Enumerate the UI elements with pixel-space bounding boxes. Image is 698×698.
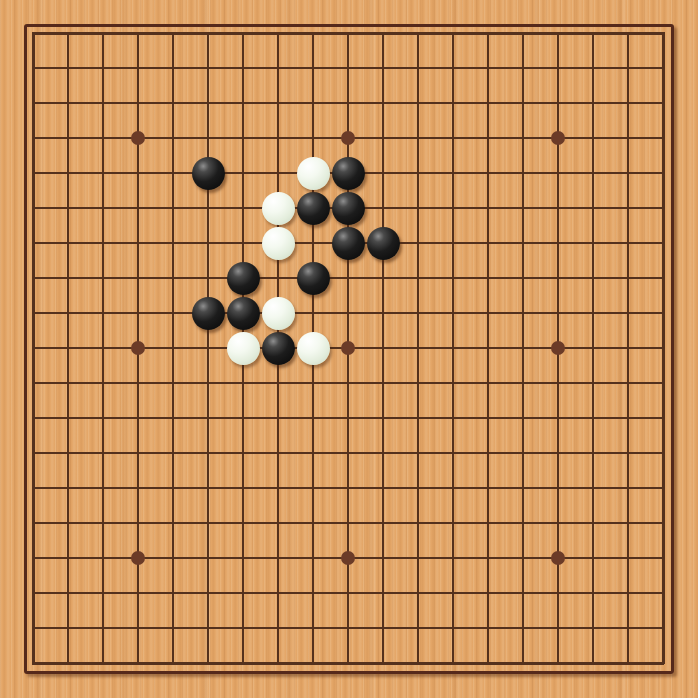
black-stone (332, 227, 365, 260)
grid-line (32, 382, 664, 384)
white-stone (262, 227, 295, 260)
black-stone (332, 192, 365, 225)
black-stone (192, 157, 225, 190)
star-point (131, 341, 145, 355)
black-stone (227, 297, 260, 330)
star-point (131, 131, 145, 145)
white-stone (297, 157, 330, 190)
star-point (341, 551, 355, 565)
black-stone (367, 227, 400, 260)
go-board[interactable] (33, 33, 663, 663)
black-stone (332, 157, 365, 190)
white-stone (262, 297, 295, 330)
white-stone (227, 332, 260, 365)
black-stone (192, 297, 225, 330)
star-point (131, 551, 145, 565)
grid-line (382, 32, 384, 664)
star-point (341, 341, 355, 355)
grid-line (487, 32, 489, 664)
star-point (551, 551, 565, 565)
grid-line (32, 592, 664, 594)
grid-line (32, 487, 664, 489)
grid-line (32, 662, 664, 665)
white-stone (262, 192, 295, 225)
grid-line (32, 452, 664, 454)
white-stone (297, 332, 330, 365)
grid-line (662, 32, 665, 664)
black-stone (227, 262, 260, 295)
grid-line (592, 32, 594, 664)
black-stone (262, 332, 295, 365)
grid-line (522, 32, 524, 664)
grid-line (32, 417, 664, 419)
black-stone (297, 192, 330, 225)
grid-line (32, 522, 664, 524)
star-point (551, 131, 565, 145)
star-point (551, 341, 565, 355)
star-point (341, 131, 355, 145)
grid-line (452, 32, 454, 664)
grid-line (32, 627, 664, 629)
goban-scene (0, 0, 698, 698)
grid-line (627, 32, 629, 664)
grid-line (417, 32, 419, 664)
black-stone (297, 262, 330, 295)
